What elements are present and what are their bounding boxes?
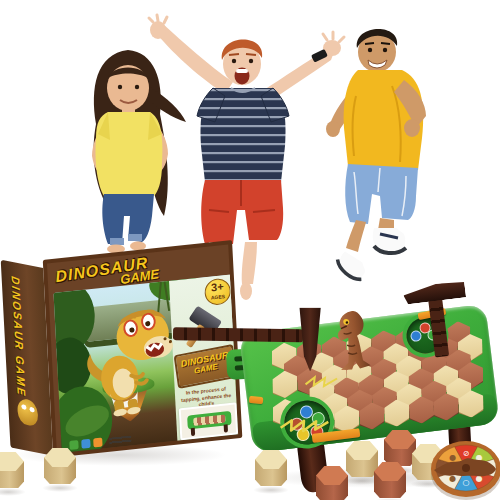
box-artwork: 3+ AGES DINOSAUR GAME In the process of …	[54, 274, 242, 455]
spinner-wedge-symbol: ○	[463, 478, 470, 487]
box-side-dino-icon	[17, 397, 39, 427]
boy-middle-shorts	[201, 180, 283, 244]
hex-tile-tan	[384, 398, 409, 428]
loose-block-tan	[255, 450, 287, 490]
hex-tile-brown	[409, 395, 434, 425]
dino-figure	[331, 306, 377, 374]
game-box: DINOSAUR GAME DINOSAUR GAME	[1, 250, 243, 466]
spinner-wedge-symbol: ●	[449, 453, 456, 462]
table-label-left	[249, 396, 264, 404]
child-boy-right	[322, 16, 472, 301]
loose-block-terracotta	[374, 462, 406, 500]
cert-icon-blue	[81, 439, 90, 449]
hex-tile-brown	[434, 392, 459, 422]
hex-tile-tan	[272, 369, 297, 399]
cert-icon-orange	[93, 438, 102, 448]
mallet-left-handle	[173, 327, 303, 342]
mallet-right-head	[403, 280, 467, 304]
spinner: ⊘●●●○●●●	[428, 438, 500, 500]
box-side-title: DINOSAUR GAME	[10, 275, 28, 398]
spinner-wedge-symbol: ⊘	[463, 449, 470, 458]
boy-right-leg-back	[346, 220, 366, 252]
brand-logo	[109, 435, 131, 444]
loose-block-terracotta	[316, 466, 348, 500]
loose-block-tan	[44, 448, 76, 488]
product-photo-stage: DINOSAUR GAME DINOSAUR GAME	[0, 0, 500, 500]
box-inset-photo	[179, 402, 238, 440]
boy-middle-leg-left	[242, 242, 257, 284]
hex-tile-brown	[359, 401, 384, 431]
loose-block-tan	[0, 452, 24, 492]
hex-tile-tan	[459, 389, 484, 419]
box-front-panel: DINOSAUR GAME	[43, 240, 243, 458]
box-dino-character	[76, 293, 189, 416]
